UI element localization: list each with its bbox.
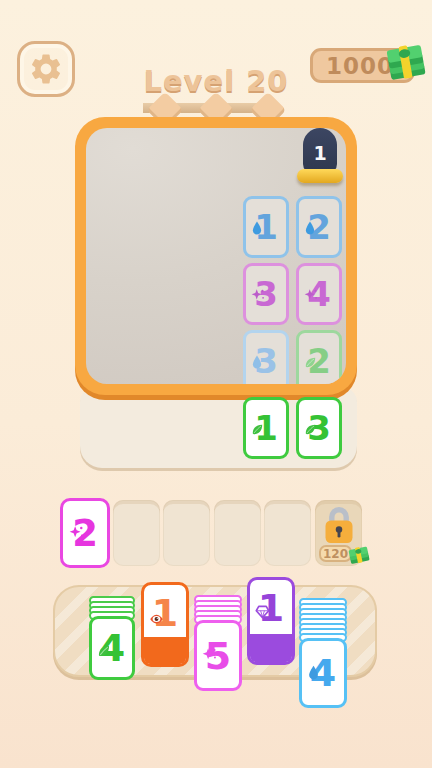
cash-stack-icon [383, 36, 429, 88]
card-slot [214, 500, 261, 566]
water-drop-icon [307, 645, 320, 689]
board-card[interactable]: 2 [296, 330, 342, 384]
leaf-icon [304, 404, 317, 444]
water-drop-icon [251, 203, 263, 243]
gem-icon [255, 584, 270, 628]
stack-top-card: 4 [89, 616, 135, 680]
leaf-icon [251, 404, 264, 444]
eye-icon [149, 589, 164, 633]
board-card[interactable]: 4 [296, 263, 342, 325]
board-surface: 1 1 2 3 4 3 [86, 128, 346, 384]
stack-top-card: 1 [247, 577, 295, 665]
money-amount: 1000 [313, 53, 394, 79]
leaf-icon [97, 623, 111, 667]
frost-sparkle-icon [202, 627, 217, 671]
bell-booster[interactable]: 1 [297, 128, 343, 186]
card-base [250, 634, 292, 662]
water-drop-icon [251, 337, 263, 377]
water-drop-icon [304, 203, 316, 243]
hand-stack-orange[interactable]: 1 [141, 582, 189, 667]
frost-sparkle-icon [251, 270, 265, 310]
board-card[interactable]: 1 [243, 196, 289, 258]
hand-stack-green[interactable]: 4 [89, 596, 135, 680]
bell-count: 1 [313, 142, 326, 164]
game-screen: Level 20 1000 1 [0, 0, 432, 768]
hand-stack-purple[interactable]: 1 [247, 577, 295, 665]
leaf-icon [304, 337, 317, 377]
bell-body: 1 [303, 128, 337, 174]
card-slot [113, 500, 160, 566]
game-board: 1 1 2 3 4 3 [75, 117, 357, 395]
staging-card[interactable]: 1 [243, 397, 289, 459]
card-slot [264, 500, 311, 566]
frost-sparkle-icon [304, 270, 318, 310]
board-card[interactable]: 3 [243, 330, 289, 384]
stack-top-card: 1 [141, 582, 189, 667]
card-slot [163, 500, 210, 566]
stack-top-card: 4 [299, 638, 347, 708]
locked-slot[interactable]: 120 [315, 500, 362, 566]
bell-gold-rim [297, 169, 343, 183]
slot-card[interactable]: 2 [60, 498, 110, 568]
stack-top-card: 5 [194, 620, 242, 691]
board-card[interactable]: 3 [243, 263, 289, 325]
board-card[interactable]: 2 [296, 196, 342, 258]
card-base [144, 637, 186, 664]
staging-card[interactable]: 3 [296, 397, 342, 459]
hand-stack-blue[interactable]: 4 [299, 598, 347, 708]
hand-stack-magenta[interactable]: 5 [194, 595, 242, 691]
price-value: 120 [323, 547, 348, 561]
frost-sparkle-icon [69, 506, 84, 549]
cash-stack-icon [346, 542, 372, 568]
